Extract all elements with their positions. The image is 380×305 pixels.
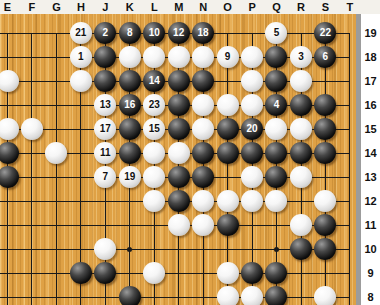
point-E19[interactable] [0, 21, 20, 45]
point-R14[interactable] [289, 141, 313, 165]
black-stone-K8 [119, 286, 141, 305]
point-J14[interactable]: 11 [93, 141, 117, 165]
black-stone-Q8 [265, 286, 287, 305]
point-L10[interactable] [142, 237, 166, 261]
point-H10[interactable] [69, 237, 93, 261]
row-label-18: 18 [361, 51, 380, 63]
white-stone-L16: 23 [143, 94, 165, 116]
black-stone-N19: 18 [192, 22, 214, 44]
black-stone-E14 [0, 142, 19, 164]
white-stone-P13 [241, 166, 263, 188]
point-G14[interactable] [44, 141, 68, 165]
point-P8[interactable] [240, 285, 264, 305]
row-label-19: 19 [361, 27, 380, 39]
point-O16[interactable] [215, 93, 239, 117]
point-P15[interactable]: 20 [240, 117, 264, 141]
point-F9[interactable] [20, 261, 44, 285]
point-H12[interactable] [69, 189, 93, 213]
move-number-15: 15 [149, 124, 160, 134]
point-J19[interactable]: 2 [93, 21, 117, 45]
white-stone-N16 [192, 94, 214, 116]
point-O12[interactable] [215, 189, 239, 213]
point-P19[interactable] [240, 21, 264, 45]
point-L17[interactable]: 14 [142, 69, 166, 93]
point-K18[interactable] [118, 45, 142, 69]
white-stone-J15: 17 [94, 118, 116, 140]
point-R11[interactable] [289, 213, 313, 237]
black-stone-O15 [217, 118, 239, 140]
point-F17[interactable] [20, 69, 44, 93]
point-M17[interactable] [166, 69, 190, 93]
point-L13[interactable] [142, 165, 166, 189]
point-M11[interactable] [166, 213, 190, 237]
white-stone-L9 [143, 262, 165, 284]
black-stone-K16: 16 [119, 94, 141, 116]
point-E16[interactable] [0, 93, 20, 117]
point-E10[interactable] [0, 237, 20, 261]
black-stone-K17 [119, 70, 141, 92]
point-Q16[interactable]: 4 [264, 93, 288, 117]
point-L16[interactable]: 23 [142, 93, 166, 117]
black-stone-J19: 2 [94, 22, 116, 44]
white-stone-R17 [290, 70, 312, 92]
point-Q8[interactable] [264, 285, 288, 305]
point-E8[interactable] [0, 285, 20, 305]
point-L8[interactable] [142, 285, 166, 305]
white-stone-L12 [143, 190, 165, 212]
black-stone-Q14 [265, 142, 287, 164]
row-label-9: 9 [361, 267, 380, 279]
point-Q13[interactable] [264, 165, 288, 189]
point-M16[interactable] [166, 93, 190, 117]
point-S16[interactable] [313, 93, 337, 117]
point-S13[interactable] [313, 165, 337, 189]
black-stone-E13 [0, 166, 19, 188]
point-Q18[interactable] [264, 45, 288, 69]
point-F16[interactable] [20, 93, 44, 117]
point-H17[interactable] [69, 69, 93, 93]
point-O11[interactable] [215, 213, 239, 237]
point-J9[interactable] [93, 261, 117, 285]
point-G15[interactable] [44, 117, 68, 141]
col-label-P: P [248, 0, 255, 14]
move-number-22: 22 [320, 28, 331, 38]
go-diagram: EFGHJKLMNOPQRST 1918171615141312111098 2… [0, 0, 380, 305]
point-R13[interactable] [289, 165, 313, 189]
col-label-T: T [347, 0, 354, 14]
point-E15[interactable] [0, 117, 20, 141]
col-label-S: S [322, 0, 329, 14]
point-R8[interactable] [289, 285, 313, 305]
point-L11[interactable] [142, 213, 166, 237]
black-stone-S16 [314, 94, 336, 116]
point-N14[interactable] [191, 141, 215, 165]
point-O17[interactable] [215, 69, 239, 93]
point-J18[interactable] [93, 45, 117, 69]
point-E13[interactable] [0, 165, 20, 189]
point-L9[interactable] [142, 261, 166, 285]
white-stone-L18 [143, 46, 165, 68]
point-K16[interactable]: 16 [118, 93, 142, 117]
col-label-G: G [52, 0, 61, 14]
point-O15[interactable] [215, 117, 239, 141]
point-M12[interactable] [166, 189, 190, 213]
move-number-16: 16 [124, 100, 135, 110]
white-stone-J16: 13 [94, 94, 116, 116]
black-stone-S19: 22 [314, 22, 336, 44]
point-P11[interactable] [240, 213, 264, 237]
point-S19[interactable]: 22 [313, 21, 337, 45]
black-stone-S18: 6 [314, 46, 336, 68]
black-stone-R14 [290, 142, 312, 164]
point-N15[interactable] [191, 117, 215, 141]
black-stone-M19: 12 [168, 22, 190, 44]
white-stone-N12 [192, 190, 214, 212]
point-K17[interactable] [118, 69, 142, 93]
black-stone-Q16: 4 [265, 94, 287, 116]
point-F15[interactable] [20, 117, 44, 141]
move-number-8: 8 [127, 28, 133, 38]
point-F18[interactable] [20, 45, 44, 69]
point-O18[interactable]: 9 [215, 45, 239, 69]
point-O10[interactable] [215, 237, 239, 261]
point-L14[interactable] [142, 141, 166, 165]
point-F10[interactable] [20, 237, 44, 261]
point-R15[interactable] [289, 117, 313, 141]
black-stone-S11 [314, 214, 336, 236]
point-H11[interactable] [69, 213, 93, 237]
row-label-14: 14 [361, 147, 380, 159]
point-M15[interactable] [166, 117, 190, 141]
black-stone-R16 [290, 94, 312, 116]
col-label-L: L [151, 0, 158, 14]
black-stone-N17 [192, 70, 214, 92]
white-stone-P12 [241, 190, 263, 212]
point-N9[interactable] [191, 261, 215, 285]
white-stone-H18: 1 [70, 46, 92, 68]
point-H16[interactable] [69, 93, 93, 117]
white-stone-P8 [241, 286, 263, 305]
white-stone-O16 [217, 94, 239, 116]
point-R16[interactable] [289, 93, 313, 117]
point-K19[interactable]: 8 [118, 21, 142, 45]
point-F13[interactable] [20, 165, 44, 189]
point-S17[interactable] [313, 69, 337, 93]
point-R9[interactable] [289, 261, 313, 285]
white-stone-E17 [0, 70, 19, 92]
point-H8[interactable] [69, 285, 93, 305]
point-S14[interactable] [313, 141, 337, 165]
point-J10[interactable] [93, 237, 117, 261]
point-S15[interactable] [313, 117, 337, 141]
point-J12[interactable] [93, 189, 117, 213]
point-L18[interactable] [142, 45, 166, 69]
black-stone-N13 [192, 166, 214, 188]
point-R18[interactable]: 3 [289, 45, 313, 69]
point-Q19[interactable]: 5 [264, 21, 288, 45]
row-label-17: 17 [361, 75, 380, 87]
row-label-16: 16 [361, 99, 380, 111]
black-stone-Q17 [265, 70, 287, 92]
star-point-K10 [127, 247, 132, 252]
white-stone-M18 [168, 46, 190, 68]
point-R17[interactable] [289, 69, 313, 93]
white-stone-M11 [168, 214, 190, 236]
white-stone-N15 [192, 118, 214, 140]
point-K15[interactable] [118, 117, 142, 141]
point-N12[interactable] [191, 189, 215, 213]
point-M13[interactable] [166, 165, 190, 189]
move-number-12: 12 [173, 28, 184, 38]
white-stone-G14 [45, 142, 67, 164]
point-G13[interactable] [44, 165, 68, 189]
col-label-Q: Q [272, 0, 281, 14]
point-F8[interactable] [20, 285, 44, 305]
point-L12[interactable] [142, 189, 166, 213]
move-number-18: 18 [198, 28, 209, 38]
point-O19[interactable] [215, 21, 239, 45]
black-stone-Q13 [265, 166, 287, 188]
white-stone-O12 [217, 190, 239, 212]
point-G19[interactable] [44, 21, 68, 45]
point-E18[interactable] [0, 45, 20, 69]
black-stone-K14 [119, 142, 141, 164]
row-label-10: 10 [361, 243, 380, 255]
point-K12[interactable] [118, 189, 142, 213]
black-stone-P14 [241, 142, 263, 164]
move-number-2: 2 [103, 28, 109, 38]
point-S8[interactable] [313, 285, 337, 305]
black-stone-K15 [119, 118, 141, 140]
white-stone-F15 [21, 118, 43, 140]
white-stone-R13 [290, 166, 312, 188]
point-H14[interactable] [69, 141, 93, 165]
point-Q15[interactable] [264, 117, 288, 141]
point-N10[interactable] [191, 237, 215, 261]
move-number-13: 13 [100, 100, 111, 110]
white-stone-R11 [290, 214, 312, 236]
white-stone-P17 [241, 70, 263, 92]
white-stone-Q15 [265, 118, 287, 140]
point-Q11[interactable] [264, 213, 288, 237]
point-R19[interactable] [289, 21, 313, 45]
white-stone-O9 [217, 262, 239, 284]
move-number-20: 20 [246, 124, 257, 134]
white-stone-L15: 15 [143, 118, 165, 140]
point-S12[interactable] [313, 189, 337, 213]
point-M18[interactable] [166, 45, 190, 69]
point-S10[interactable] [313, 237, 337, 261]
point-H19[interactable]: 21 [69, 21, 93, 45]
point-M8[interactable] [166, 285, 190, 305]
point-P18[interactable] [240, 45, 264, 69]
point-K13[interactable]: 19 [118, 165, 142, 189]
black-stone-M12 [168, 190, 190, 212]
point-H9[interactable] [69, 261, 93, 285]
point-G18[interactable] [44, 45, 68, 69]
col-label-F: F [29, 0, 36, 14]
white-stone-R18: 3 [290, 46, 312, 68]
move-number-10: 10 [149, 28, 160, 38]
point-H13[interactable] [69, 165, 93, 189]
point-G8[interactable] [44, 285, 68, 305]
point-O14[interactable] [215, 141, 239, 165]
point-G10[interactable] [44, 237, 68, 261]
white-stone-P18 [241, 46, 263, 68]
point-L19[interactable]: 10 [142, 21, 166, 45]
move-number-21: 21 [75, 28, 86, 38]
row-labels: 1918171615141312111098 [361, 14, 380, 305]
black-stone-P9 [241, 262, 263, 284]
white-stone-N18 [192, 46, 214, 68]
black-stone-M17 [168, 70, 190, 92]
point-E14[interactable] [0, 141, 20, 165]
row-label-13: 13 [361, 171, 380, 183]
point-M14[interactable] [166, 141, 190, 165]
black-stone-S14 [314, 142, 336, 164]
col-label-R: R [297, 0, 305, 14]
col-label-J: J [102, 0, 108, 14]
white-stone-J10 [94, 238, 116, 260]
point-H15[interactable] [69, 117, 93, 141]
black-stone-J17 [94, 70, 116, 92]
point-O9[interactable] [215, 261, 239, 285]
point-N11[interactable] [191, 213, 215, 237]
black-stone-J9 [94, 262, 116, 284]
move-number-11: 11 [100, 148, 111, 158]
point-Q14[interactable] [264, 141, 288, 165]
black-stone-S10 [314, 238, 336, 260]
white-stone-K18 [119, 46, 141, 68]
point-N19[interactable]: 18 [191, 21, 215, 45]
point-J8[interactable] [93, 285, 117, 305]
move-number-9: 9 [225, 52, 231, 62]
point-J17[interactable] [93, 69, 117, 93]
point-P16[interactable] [240, 93, 264, 117]
point-M10[interactable] [166, 237, 190, 261]
black-stone-J18 [94, 46, 116, 68]
row-label-11: 11 [361, 219, 380, 231]
col-label-E: E [4, 0, 11, 14]
point-J11[interactable] [93, 213, 117, 237]
white-stone-S12 [314, 190, 336, 212]
point-P14[interactable] [240, 141, 264, 165]
point-G12[interactable] [44, 189, 68, 213]
move-number-5: 5 [274, 28, 280, 38]
point-G11[interactable] [44, 213, 68, 237]
black-stone-K19: 8 [119, 22, 141, 44]
point-R12[interactable] [289, 189, 313, 213]
point-N13[interactable] [191, 165, 215, 189]
point-Q12[interactable] [264, 189, 288, 213]
black-stone-M13 [168, 166, 190, 188]
black-stone-P15: 20 [241, 118, 263, 140]
point-G17[interactable] [44, 69, 68, 93]
point-O8[interactable] [215, 285, 239, 305]
point-Q10[interactable] [264, 237, 288, 261]
point-N17[interactable] [191, 69, 215, 93]
white-stone-O18: 9 [217, 46, 239, 68]
point-J16[interactable]: 13 [93, 93, 117, 117]
col-label-N: N [199, 0, 207, 14]
point-G9[interactable] [44, 261, 68, 285]
white-stone-S8 [314, 286, 336, 305]
point-K9[interactable] [118, 261, 142, 285]
move-number-17: 17 [100, 124, 111, 134]
point-K11[interactable] [118, 213, 142, 237]
white-stone-Q19: 5 [265, 22, 287, 44]
black-stone-M15 [168, 118, 190, 140]
point-F14[interactable] [20, 141, 44, 165]
white-stone-H19: 21 [70, 22, 92, 44]
column-labels: EFGHJKLMNOPQRST [0, 0, 380, 14]
point-K8[interactable] [118, 285, 142, 305]
black-stone-N14 [192, 142, 214, 164]
point-S18[interactable]: 6 [313, 45, 337, 69]
black-stone-L19: 10 [143, 22, 165, 44]
point-J15[interactable]: 17 [93, 117, 117, 141]
point-N8[interactable] [191, 285, 215, 305]
point-P17[interactable] [240, 69, 264, 93]
white-stone-O8 [217, 286, 239, 305]
point-S11[interactable] [313, 213, 337, 237]
point-E12[interactable] [0, 189, 20, 213]
col-label-H: H [77, 0, 85, 14]
white-stone-J14: 11 [94, 142, 116, 164]
point-H18[interactable]: 1 [69, 45, 93, 69]
black-stone-H9 [70, 262, 92, 284]
point-M9[interactable] [166, 261, 190, 285]
point-E11[interactable] [0, 213, 20, 237]
move-number-1: 1 [78, 52, 84, 62]
white-stone-J13: 7 [94, 166, 116, 188]
black-stone-L17: 14 [143, 70, 165, 92]
point-E17[interactable] [0, 69, 20, 93]
point-F19[interactable] [20, 21, 44, 45]
point-K14[interactable] [118, 141, 142, 165]
point-P10[interactable] [240, 237, 264, 261]
point-N16[interactable] [191, 93, 215, 117]
move-number-3: 3 [298, 52, 304, 62]
point-R10[interactable] [289, 237, 313, 261]
black-stone-R10 [290, 238, 312, 260]
point-G16[interactable] [44, 93, 68, 117]
point-L15[interactable]: 15 [142, 117, 166, 141]
board-points: 2128101218522193614131623417152011719 [0, 21, 362, 305]
black-stone-S15 [314, 118, 336, 140]
move-number-6: 6 [323, 52, 329, 62]
point-M19[interactable]: 12 [166, 21, 190, 45]
point-F12[interactable] [20, 189, 44, 213]
point-F11[interactable] [20, 213, 44, 237]
point-E9[interactable] [0, 261, 20, 285]
col-label-M: M [174, 0, 183, 14]
white-stone-L14 [143, 142, 165, 164]
point-P13[interactable] [240, 165, 264, 189]
row-label-15: 15 [361, 123, 380, 135]
white-stone-E15 [0, 118, 19, 140]
point-Q9[interactable] [264, 261, 288, 285]
point-N18[interactable] [191, 45, 215, 69]
point-P9[interactable] [240, 261, 264, 285]
point-J13[interactable]: 7 [93, 165, 117, 189]
black-stone-Q9 [265, 262, 287, 284]
point-S9[interactable] [313, 261, 337, 285]
point-K10[interactable] [118, 237, 142, 261]
point-Q17[interactable] [264, 69, 288, 93]
point-O13[interactable] [215, 165, 239, 189]
point-P12[interactable] [240, 189, 264, 213]
